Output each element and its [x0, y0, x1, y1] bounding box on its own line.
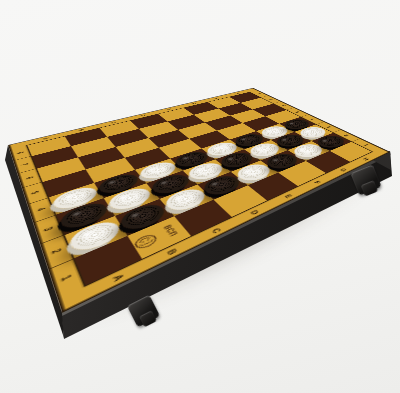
brand-logo-text: ВСП [163, 224, 180, 238]
photo-scene: ABCDEFGH ABCDEFGH 87654321 87654321 ВСП [0, 0, 400, 393]
